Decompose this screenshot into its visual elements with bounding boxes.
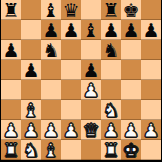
square-e8[interactable]: [81, 0, 101, 20]
square-e4[interactable]: ♟: [81, 80, 101, 100]
piece-white-pawn: ♟: [122, 120, 139, 140]
square-b1[interactable]: ♞: [21, 140, 41, 160]
square-e1[interactable]: [81, 140, 101, 160]
square-d5[interactable]: [61, 60, 81, 80]
square-h4[interactable]: [141, 80, 161, 100]
piece-black-rook: ♜: [2, 0, 19, 20]
square-d2[interactable]: ♟: [61, 120, 81, 140]
square-h7[interactable]: ♟: [141, 20, 161, 40]
piece-white-pawn: ♟: [102, 120, 119, 140]
square-b8[interactable]: [21, 0, 41, 20]
square-d8[interactable]: ♛: [61, 0, 81, 20]
square-c4[interactable]: [41, 80, 61, 100]
square-b3[interactable]: ♝: [21, 100, 41, 120]
square-e7[interactable]: ♝: [81, 20, 101, 40]
piece-black-pawn: ♟: [142, 20, 159, 40]
square-c8[interactable]: ♝: [41, 0, 61, 20]
square-d6[interactable]: [61, 40, 81, 60]
square-c3[interactable]: [41, 100, 61, 120]
chess-board: ♜♝♛♜♚♟♟♝♟♟♟♟♞♞♟♟♟♝♞♟♟♟♟♛♟♟♟♜♞♝♜♚: [1, 0, 161, 160]
square-g6[interactable]: [121, 40, 141, 60]
piece-white-bishop: ♝: [22, 100, 39, 120]
square-a5[interactable]: [1, 60, 21, 80]
square-c1[interactable]: ♝: [41, 140, 61, 160]
piece-black-pawn: ♟: [122, 20, 139, 40]
square-g3[interactable]: [121, 100, 141, 120]
piece-white-pawn: ♟: [62, 120, 79, 140]
square-f7[interactable]: ♟: [101, 20, 121, 40]
chess-board-frame: ♜♝♛♜♚♟♟♝♟♟♟♟♞♞♟♟♟♝♞♟♟♟♟♛♟♟♟♜♞♝♜♚: [0, 0, 162, 162]
piece-black-king: ♚: [122, 0, 139, 20]
square-f2[interactable]: ♟: [101, 120, 121, 140]
square-g8[interactable]: ♚: [121, 0, 141, 20]
piece-white-rook: ♜: [102, 140, 119, 160]
piece-white-queen: ♛: [82, 120, 99, 140]
square-c7[interactable]: ♟: [41, 20, 61, 40]
piece-black-rook: ♜: [102, 0, 119, 20]
square-a1[interactable]: ♜: [1, 140, 21, 160]
square-d1[interactable]: [61, 140, 81, 160]
square-h2[interactable]: ♟: [141, 120, 161, 140]
piece-white-pawn: ♟: [82, 80, 99, 100]
square-h3[interactable]: [141, 100, 161, 120]
piece-black-pawn: ♟: [22, 60, 39, 80]
square-h6[interactable]: [141, 40, 161, 60]
piece-black-queen: ♛: [62, 0, 79, 20]
square-c2[interactable]: ♟: [41, 120, 61, 140]
square-f5[interactable]: [101, 60, 121, 80]
square-f1[interactable]: ♜: [101, 140, 121, 160]
piece-black-pawn: ♟: [2, 40, 19, 60]
square-h1[interactable]: [141, 140, 161, 160]
piece-black-knight: ♞: [102, 40, 119, 60]
square-f6[interactable]: ♞: [101, 40, 121, 60]
piece-black-pawn: ♟: [42, 20, 59, 40]
square-a4[interactable]: [1, 80, 21, 100]
square-h5[interactable]: [141, 60, 161, 80]
piece-white-knight: ♞: [102, 100, 119, 120]
piece-white-bishop: ♝: [42, 140, 59, 160]
piece-white-pawn: ♟: [2, 120, 19, 140]
square-a7[interactable]: [1, 20, 21, 40]
square-e5[interactable]: ♟: [81, 60, 101, 80]
square-d3[interactable]: [61, 100, 81, 120]
piece-black-bishop: ♝: [82, 20, 99, 40]
square-b6[interactable]: [21, 40, 41, 60]
square-a3[interactable]: [1, 100, 21, 120]
square-d4[interactable]: [61, 80, 81, 100]
square-g5[interactable]: [121, 60, 141, 80]
piece-white-pawn: ♟: [22, 120, 39, 140]
square-f3[interactable]: ♞: [101, 100, 121, 120]
square-e3[interactable]: [81, 100, 101, 120]
piece-black-knight: ♞: [42, 40, 59, 60]
square-g1[interactable]: ♚: [121, 140, 141, 160]
square-a6[interactable]: ♟: [1, 40, 21, 60]
piece-white-pawn: ♟: [42, 120, 59, 140]
square-b5[interactable]: ♟: [21, 60, 41, 80]
square-f4[interactable]: [101, 80, 121, 100]
square-d7[interactable]: ♟: [61, 20, 81, 40]
square-a2[interactable]: ♟: [1, 120, 21, 140]
square-c5[interactable]: [41, 60, 61, 80]
square-b4[interactable]: [21, 80, 41, 100]
piece-white-king: ♚: [122, 140, 139, 160]
square-e2[interactable]: ♛: [81, 120, 101, 140]
square-a8[interactable]: ♜: [1, 0, 21, 20]
square-g2[interactable]: ♟: [121, 120, 141, 140]
square-h8[interactable]: [141, 0, 161, 20]
piece-white-pawn: ♟: [142, 120, 159, 140]
square-g7[interactable]: ♟: [121, 20, 141, 40]
piece-black-pawn: ♟: [82, 60, 99, 80]
square-g4[interactable]: [121, 80, 141, 100]
square-c6[interactable]: ♞: [41, 40, 61, 60]
piece-black-pawn: ♟: [102, 20, 119, 40]
square-b2[interactable]: ♟: [21, 120, 41, 140]
piece-white-knight: ♞: [22, 140, 39, 160]
piece-white-rook: ♜: [2, 140, 19, 160]
piece-black-pawn: ♟: [62, 20, 79, 40]
square-b7[interactable]: [21, 20, 41, 40]
piece-black-bishop: ♝: [42, 0, 59, 20]
square-e6[interactable]: [81, 40, 101, 60]
square-f8[interactable]: ♜: [101, 0, 121, 20]
